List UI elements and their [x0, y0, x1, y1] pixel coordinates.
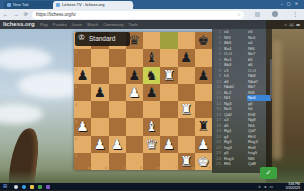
hamburger-icon: ☰	[296, 21, 302, 27]
move-cell[interactable]: Ne6	[247, 95, 271, 101]
black-bishop: ♝	[143, 49, 160, 66]
move-cell[interactable]: a6	[247, 40, 271, 46]
square-d1[interactable]: d	[126, 153, 143, 170]
square-a2[interactable]: 2	[74, 136, 91, 153]
square-e3[interactable]: ♝	[143, 118, 160, 135]
square-g2[interactable]	[178, 136, 195, 153]
file-coordinate: a	[88, 165, 90, 170]
square-b5[interactable]: ♟	[91, 84, 108, 101]
square-e6[interactable]: ♞	[143, 67, 160, 84]
move-list-panel: 1e4e52Nf3Nc63Bb5a64Ba4Nf65O-OBe76Re1b57B…	[212, 29, 272, 173]
square-h1[interactable]: h♚	[195, 153, 212, 170]
variant-selector[interactable]: ♔ Standard	[75, 32, 130, 46]
square-c6[interactable]	[109, 67, 126, 84]
move-cell[interactable]: Nbd2	[223, 84, 247, 90]
move-cell[interactable]: Bb7	[247, 84, 271, 90]
square-h5[interactable]	[195, 84, 212, 101]
move-cell[interactable]: O-O	[223, 51, 247, 57]
square-a5[interactable]: 5	[74, 84, 91, 101]
folder-icon[interactable]	[30, 185, 34, 189]
square-e7[interactable]: ♝	[143, 49, 160, 66]
move-cell[interactable]: hxg5	[247, 150, 271, 156]
app-icon-purple[interactable]	[46, 185, 50, 189]
black-pawn: ♟	[195, 67, 212, 84]
black-pawn: ♟	[178, 49, 195, 66]
move-cell[interactable]: Rxg3	[247, 139, 271, 145]
file-coordinate: e	[157, 165, 159, 170]
square-a6[interactable]: 6♟	[74, 67, 91, 84]
square-f2[interactable]: ♟	[160, 136, 177, 153]
site-navbar: lichess.org PlayPuzzlesLearnWatchCommuni…	[0, 20, 304, 29]
white-pawn: ♟	[126, 84, 143, 101]
move-cell[interactable]: Bb3	[223, 62, 247, 68]
file-coordinate: b	[105, 165, 107, 170]
extension-icon[interactable]	[255, 12, 260, 17]
square-f7[interactable]	[160, 49, 177, 66]
cloud-decor	[0, 48, 52, 70]
square-g8[interactable]	[178, 32, 195, 49]
navbar-item-puzzles[interactable]: Puzzles	[53, 22, 67, 27]
square-b1[interactable]: b	[91, 153, 108, 170]
square-f6[interactable]: ♜	[160, 67, 177, 84]
browser-tab-newtab[interactable]: New Tab	[4, 1, 56, 9]
square-f5[interactable]	[160, 84, 177, 101]
square-c1[interactable]: c	[109, 153, 126, 170]
move-cell[interactable]: Bb5	[223, 40, 247, 46]
move-cell[interactable]: a3	[223, 117, 247, 123]
move-cell[interactable]: Nf1	[223, 95, 247, 101]
move-cell[interactable]: Rg3	[223, 139, 247, 145]
move-cell[interactable]: Ng8	[247, 117, 271, 123]
move-cell[interactable]: Be7	[247, 51, 271, 57]
move-cell[interactable]: Rf6	[223, 161, 247, 167]
black-pawn: ♟	[143, 84, 160, 101]
browser-address-bar: ← → ⟳ https://lichess.org/tv ☆ ⋮	[0, 9, 304, 20]
square-a1[interactable]: a1	[74, 153, 91, 170]
square-a3[interactable]: 3♟	[74, 118, 91, 135]
file-coordinate: f	[175, 165, 176, 170]
move-cell[interactable]: h3	[223, 73, 247, 79]
move-cell[interactable]: d6	[247, 62, 271, 68]
move-list-scrollbar[interactable]	[270, 59, 272, 99]
square-f8[interactable]	[160, 32, 177, 49]
square-h8[interactable]: ♚	[195, 32, 212, 49]
tab-title: Lichess TV - lichess.org	[62, 2, 104, 7]
clock-date: 5/20/2023	[275, 187, 300, 191]
square-f3[interactable]	[160, 118, 177, 135]
square-d2[interactable]	[126, 136, 143, 153]
black-pawn: ♟	[74, 67, 91, 84]
square-f1[interactable]: f	[160, 153, 177, 170]
navbar-item-tools[interactable]: Tools	[128, 22, 137, 27]
tab-favicon	[7, 3, 11, 7]
square-h2[interactable]: ♟	[195, 136, 212, 153]
square-d6[interactable]: ♟	[126, 67, 143, 84]
white-rook: ♜	[178, 153, 195, 170]
square-d4[interactable]	[126, 101, 143, 118]
start-button[interactable]: ⊞	[3, 184, 7, 189]
square-b4[interactable]	[91, 101, 108, 118]
white-pawn: ♟	[109, 136, 126, 153]
square-h7[interactable]	[195, 49, 212, 66]
move-row: 25Rf6Qd8	[212, 161, 272, 167]
white-bishop: ♝	[143, 118, 160, 135]
browser-nav-buttons[interactable]: ← → ⟳	[3, 11, 30, 17]
black-pawn: ♟	[126, 67, 143, 84]
black-king: ♚	[195, 32, 212, 49]
square-h6[interactable]: ♟	[195, 67, 212, 84]
move-cell[interactable]: Qd8	[247, 161, 271, 167]
move-cell[interactable]: e4	[223, 29, 247, 35]
white-pawn: ♟	[91, 136, 108, 153]
square-b6[interactable]	[91, 67, 108, 84]
square-g1[interactable]: g♜	[178, 153, 195, 170]
move-list: 1e4e52Nf3Nc63Bb5a64Ba4Nf65O-OBe76Re1b57B…	[212, 29, 272, 167]
url-text: https://lichess.org/tv	[36, 12, 76, 17]
bookmark-star-icon[interactable]: ☆	[237, 11, 241, 19]
square-g7[interactable]: ♟	[178, 49, 195, 66]
square-d7[interactable]	[126, 49, 143, 66]
white-pawn: ♟	[195, 136, 212, 153]
white-rook: ♜	[178, 101, 195, 118]
rank-coordinate: 2	[75, 136, 77, 141]
square-a4[interactable]: 4	[74, 101, 91, 118]
tab-title: New Tab	[13, 2, 29, 7]
move-cell[interactable]: Be3	[223, 106, 247, 112]
app-icon-green[interactable]	[38, 185, 42, 189]
square-e2[interactable]: ♛	[143, 136, 160, 153]
navbar-item-community[interactable]: Community	[103, 22, 123, 27]
white-king: ♚	[195, 153, 212, 170]
tab-favicon	[56, 3, 60, 7]
square-b7[interactable]	[91, 49, 108, 66]
square-h3[interactable]: ♜	[195, 118, 212, 135]
rank-coordinate: 5	[75, 84, 77, 89]
square-e5[interactable]: ♟	[143, 84, 160, 101]
white-rook: ♜	[160, 67, 177, 84]
white-queen: ♛	[143, 136, 160, 153]
taskbar-clock[interactable]: 3:46 PM 5/20/2023	[275, 183, 300, 190]
square-c7[interactable]	[109, 49, 126, 66]
move-cell[interactable]: h6	[247, 106, 271, 112]
browser-tab-lichess[interactable]: Lichess TV - lichess.org	[53, 1, 133, 9]
notification-toast-icon[interactable]: ✓	[260, 167, 277, 179]
square-g3[interactable]	[178, 118, 195, 135]
move-cell[interactable]: e5	[247, 29, 271, 35]
close-icon: ✕	[295, 1, 302, 6]
black-pawn: ♟	[91, 84, 108, 101]
rank-coordinate: 1	[75, 153, 77, 158]
navbar-item-watch[interactable]: Watch	[87, 22, 98, 27]
variant-label: Standard	[89, 35, 115, 42]
new-tab-button[interactable]: +	[131, 2, 134, 8]
move-cell[interactable]: g5	[223, 150, 247, 156]
square-e8[interactable]	[143, 32, 160, 49]
square-f4[interactable]	[160, 101, 177, 118]
browser-tab-bar: New Tab Lichess TV - lichess.org + –▢✕	[0, 0, 304, 9]
lichess-logo[interactable]: lichess.org	[3, 21, 35, 27]
system-tray-icons[interactable]: ∧ ◂ ▭	[258, 184, 274, 189]
navbar-item-learn[interactable]: Learn	[72, 22, 82, 27]
black-knight: ♞	[143, 67, 160, 84]
edge-icon[interactable]	[22, 185, 26, 189]
crown-icon: ♔	[78, 33, 85, 42]
square-g5[interactable]	[178, 84, 195, 101]
chess-board: 8♛♚7♝♟6♟♟♞♜♟5♟♟♟4♜3♟♝♜2♟♟♛♟♟a1bcdefg♜h♚	[74, 32, 212, 170]
move-cell[interactable]: Nb8	[247, 73, 271, 79]
square-h4[interactable]	[195, 101, 212, 118]
square-c3[interactable]	[109, 118, 126, 135]
browser-profile-avatar[interactable]	[272, 11, 278, 17]
white-pawn: ♟	[74, 118, 91, 135]
taskbar-search-icon[interactable]	[14, 185, 18, 189]
file-coordinate: c	[123, 165, 125, 170]
square-e1[interactable]: e	[143, 153, 160, 170]
cloud-decor	[0, 104, 43, 124]
file-coordinate: d	[140, 165, 142, 170]
move-cell[interactable]: Qd7	[247, 128, 271, 134]
square-d3[interactable]	[126, 118, 143, 135]
navbar-item-play[interactable]: Play	[40, 22, 48, 27]
browser-menu-icon[interactable]: ⋮	[292, 10, 298, 17]
square-c4[interactable]	[109, 101, 126, 118]
square-b3[interactable]	[91, 118, 108, 135]
url-input[interactable]: https://lichess.org/tv ☆	[32, 11, 244, 19]
rank-coordinate: 4	[75, 102, 77, 107]
screen: New Tab Lichess TV - lichess.org + –▢✕ ←…	[0, 0, 304, 190]
square-b2[interactable]: ♟	[91, 136, 108, 153]
move-number: 25	[212, 161, 223, 167]
background-tree-highlight	[272, 40, 282, 160]
navbar-menu: PlayPuzzlesLearnWatchCommunityTools	[40, 22, 143, 27]
navbar-icons[interactable]: ⌕⚔☰	[284, 21, 302, 28]
square-d5[interactable]: ♟	[126, 84, 143, 101]
rank-coordinate: 7	[75, 50, 77, 55]
square-c5[interactable]	[109, 84, 126, 101]
square-c2[interactable]: ♟	[109, 136, 126, 153]
window-controls[interactable]: –▢✕	[281, 1, 302, 6]
windows-taskbar: ⊞ ∧ ◂ ▭ 3:46 PM 5/20/2023	[0, 183, 304, 190]
move-cell[interactable]: Rg1	[223, 128, 247, 134]
square-g6[interactable]	[178, 67, 195, 84]
white-pawn: ♟	[160, 136, 177, 153]
black-rook: ♜	[195, 118, 212, 135]
lichess-page: lichess.org PlayPuzzlesLearnWatchCommuni…	[0, 20, 304, 183]
maximize-icon: ▢	[287, 1, 295, 6]
square-e4[interactable]	[143, 101, 160, 118]
square-a7[interactable]: 7	[74, 49, 91, 66]
square-g4[interactable]: ♜	[178, 101, 195, 118]
